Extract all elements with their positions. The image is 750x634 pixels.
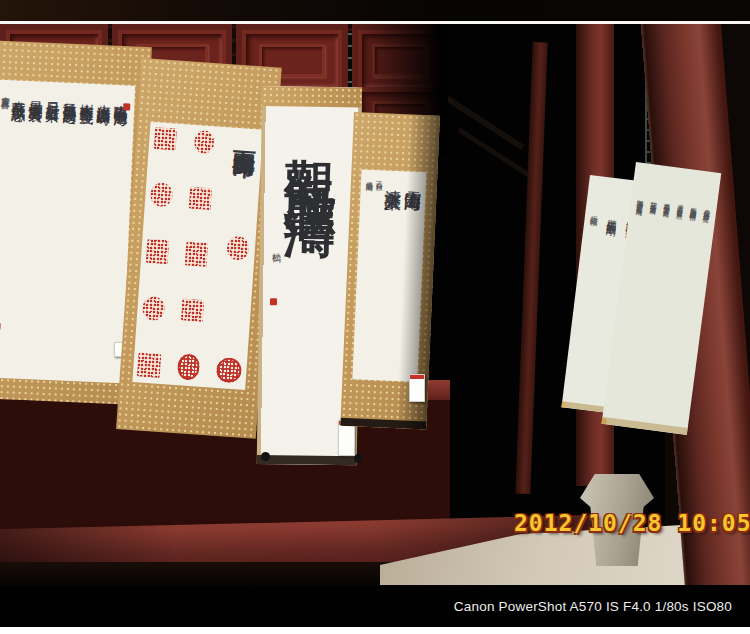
seal-stamp bbox=[145, 239, 169, 264]
seal-stamp bbox=[181, 299, 204, 322]
seal-stamp bbox=[226, 235, 250, 260]
frame-top-dark-band bbox=[0, 0, 750, 21]
scroll-paper: 東臨碣石以觀滄海 水何澹澹山島竦峙 樹木叢生百草豐茂 秋風蕭瑟洪波湧起 日月之行… bbox=[0, 80, 135, 383]
scroll-brocade-top bbox=[262, 86, 362, 107]
scroll-roller-knob bbox=[354, 454, 363, 463]
photo-temple-calligraphy: 東臨碣石以觀滄海 水何澹澹山島竦峙 樹木叢生百草豐茂 秋風蕭瑟洪波湧起 日月之行… bbox=[0, 24, 750, 585]
seal-stamp bbox=[123, 103, 130, 110]
seal-stamp bbox=[216, 357, 243, 384]
seal-stamp bbox=[185, 241, 209, 266]
caption-band: Canon PowerShot A570 IS F4.0 1/80s ISO80 bbox=[0, 585, 750, 627]
frame-bottom-white-strip bbox=[0, 627, 750, 634]
scroll-roller-knob bbox=[261, 452, 270, 461]
seal-stamp bbox=[137, 353, 162, 379]
scroll-paper: 百壽圖印 bbox=[132, 122, 263, 390]
seal-stamp bbox=[270, 298, 277, 305]
tag-red-stripe bbox=[410, 375, 424, 379]
seal-stamp bbox=[189, 186, 212, 209]
exif-caption: Canon PowerShot A570 IS F4.0 1/80s ISO80 bbox=[454, 599, 750, 614]
framed-photo: 東臨碣石以觀滄海 水何澹澹山島竦峙 樹木叢生百草豐茂 秋風蕭瑟洪波湧起 日月之行… bbox=[0, 0, 750, 634]
scroll-seals: 百壽圖印 bbox=[116, 58, 282, 439]
seal-stamp bbox=[194, 130, 216, 154]
seal-stamp bbox=[177, 354, 201, 381]
price-tag bbox=[409, 374, 425, 402]
seal-stamp bbox=[149, 182, 173, 207]
signature: 松鹤 bbox=[272, 245, 281, 247]
seal-stamp bbox=[153, 128, 176, 151]
main-calligraphy-text: 觀海聽濤 bbox=[281, 116, 337, 435]
scroll-roller bbox=[257, 455, 357, 465]
seal-stamp bbox=[141, 296, 165, 321]
scroll-title: 百壽圖印 bbox=[234, 133, 257, 139]
camera-timestamp: 2012/10/28 10:05 bbox=[514, 510, 750, 536]
